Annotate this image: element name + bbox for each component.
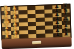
piece-wR: ♜ <box>4 33 10 39</box>
piece-bP: ♟ <box>55 32 60 38</box>
chess-set: ♜♟♟♜♞♟♟♞♝♟♟♝♛♟♟♛♚♟♟♚♝♟♟♝♞♟♟♞♜♟♟♜ <box>0 1 73 49</box>
brass-clasp-icon <box>32 41 41 44</box>
chess-board: ♜♟♟♜♞♟♟♞♝♟♟♝♛♟♟♛♚♟♟♚♝♟♟♝♞♟♟♞♜♟♟♜ <box>0 4 71 40</box>
piece-bR: ♜ <box>63 31 69 37</box>
pieces-layer: ♜♟♟♜♞♟♟♞♝♟♟♝♛♟♟♛♚♟♟♚♝♟♟♝♞♟♟♞♜♟♟♜ <box>1 5 70 39</box>
piece-wP: ♟ <box>13 33 18 39</box>
